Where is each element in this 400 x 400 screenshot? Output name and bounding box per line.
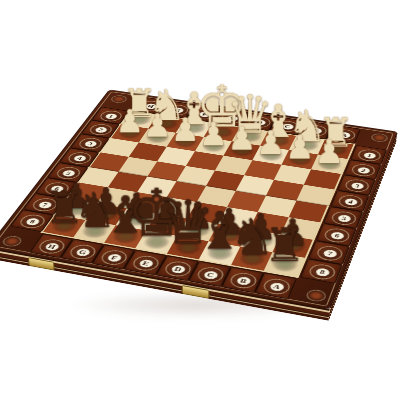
chessboard: HHGGFFEEDDCCBBAA1122334455667788 ♜♞♝♛♚♝♞… — [0, 90, 397, 309]
black-rook-glyph: ♜ — [241, 224, 328, 267]
product-photo: HHGGFFEEDDCCBBAA1122334455667788 ♜♞♝♛♚♝♞… — [0, 0, 400, 400]
